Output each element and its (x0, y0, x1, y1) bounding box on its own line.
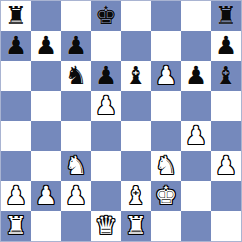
square-d6[interactable]: ♟ (91, 61, 121, 91)
square-e4[interactable] (121, 121, 151, 151)
square-h6[interactable]: ♝ (211, 61, 241, 91)
square-c3[interactable]: ♞ (61, 151, 91, 181)
square-h2[interactable] (211, 181, 241, 211)
square-f1[interactable] (151, 211, 181, 241)
white-rook[interactable]: ♜ (125, 211, 147, 241)
square-a6[interactable] (1, 61, 31, 91)
white-pawn[interactable]: ♟ (155, 61, 177, 91)
white-pawn[interactable]: ♟ (35, 181, 57, 211)
square-c6[interactable]: ♞ (61, 61, 91, 91)
white-queen[interactable]: ♛ (95, 211, 117, 241)
black-pawn[interactable]: ♟ (65, 31, 87, 61)
square-h1[interactable] (211, 211, 241, 241)
black-knight[interactable]: ♞ (65, 61, 87, 91)
square-a5[interactable] (1, 91, 31, 121)
square-d5[interactable]: ♟ (91, 91, 121, 121)
square-e6[interactable]: ♝ (121, 61, 151, 91)
square-c2[interactable]: ♟ (61, 181, 91, 211)
square-g6[interactable]: ♟ (181, 61, 211, 91)
white-knight[interactable]: ♞ (155, 151, 177, 181)
square-h4[interactable] (211, 121, 241, 151)
square-c4[interactable] (61, 121, 91, 151)
white-pawn[interactable]: ♟ (95, 91, 117, 121)
square-d2[interactable] (91, 181, 121, 211)
square-f4[interactable] (151, 121, 181, 151)
white-pawn[interactable]: ♟ (215, 151, 237, 181)
square-b6[interactable] (31, 61, 61, 91)
square-g1[interactable] (181, 211, 211, 241)
square-e1[interactable]: ♜ (121, 211, 151, 241)
square-d7[interactable] (91, 31, 121, 61)
square-f3[interactable]: ♞ (151, 151, 181, 181)
black-rook[interactable]: ♜ (5, 1, 27, 31)
square-d8[interactable]: ♚ (91, 1, 121, 31)
square-g5[interactable] (181, 91, 211, 121)
square-e8[interactable] (121, 1, 151, 31)
square-a7[interactable]: ♟ (1, 31, 31, 61)
square-e2[interactable]: ♝ (121, 181, 151, 211)
square-b1[interactable] (31, 211, 61, 241)
square-b3[interactable] (31, 151, 61, 181)
square-c1[interactable] (61, 211, 91, 241)
square-d3[interactable] (91, 151, 121, 181)
black-pawn[interactable]: ♟ (35, 31, 57, 61)
square-d4[interactable] (91, 121, 121, 151)
square-c5[interactable] (61, 91, 91, 121)
square-b2[interactable]: ♟ (31, 181, 61, 211)
square-b8[interactable] (31, 1, 61, 31)
square-h7[interactable]: ♟ (211, 31, 241, 61)
square-b4[interactable] (31, 121, 61, 151)
square-c7[interactable]: ♟ (61, 31, 91, 61)
square-f7[interactable] (151, 31, 181, 61)
square-g8[interactable] (181, 1, 211, 31)
square-f8[interactable] (151, 1, 181, 31)
square-b5[interactable] (31, 91, 61, 121)
square-d1[interactable]: ♛ (91, 211, 121, 241)
square-a2[interactable]: ♟ (1, 181, 31, 211)
square-g7[interactable] (181, 31, 211, 61)
square-a1[interactable]: ♜ (1, 211, 31, 241)
black-pawn[interactable]: ♟ (215, 31, 237, 61)
black-pawn[interactable]: ♟ (5, 31, 27, 61)
square-f5[interactable] (151, 91, 181, 121)
square-g3[interactable] (181, 151, 211, 181)
white-king[interactable]: ♚ (155, 181, 177, 211)
square-a8[interactable]: ♜ (1, 1, 31, 31)
black-bishop[interactable]: ♝ (125, 61, 147, 91)
black-rook[interactable]: ♜ (215, 1, 237, 31)
square-e7[interactable] (121, 31, 151, 61)
square-f6[interactable]: ♟ (151, 61, 181, 91)
square-h3[interactable]: ♟ (211, 151, 241, 181)
square-f2[interactable]: ♚ (151, 181, 181, 211)
square-g2[interactable] (181, 181, 211, 211)
square-h5[interactable] (211, 91, 241, 121)
black-bishop[interactable]: ♝ (215, 61, 237, 91)
chess-board: ♜♚♜♟♟♟♟♞♟♝♟♟♝♟♟♞♞♟♟♟♟♝♚♜♛♜ (0, 0, 242, 242)
square-e5[interactable] (121, 91, 151, 121)
white-pawn[interactable]: ♟ (5, 181, 27, 211)
white-rook[interactable]: ♜ (5, 211, 27, 241)
square-b7[interactable]: ♟ (31, 31, 61, 61)
square-a4[interactable] (1, 121, 31, 151)
white-knight[interactable]: ♞ (65, 151, 87, 181)
square-a3[interactable] (1, 151, 31, 181)
white-pawn[interactable]: ♟ (65, 181, 87, 211)
black-pawn[interactable]: ♟ (185, 61, 207, 91)
square-g4[interactable]: ♟ (181, 121, 211, 151)
black-pawn[interactable]: ♟ (95, 61, 117, 91)
square-h8[interactable]: ♜ (211, 1, 241, 31)
black-king[interactable]: ♚ (95, 1, 117, 31)
square-c8[interactable] (61, 1, 91, 31)
white-pawn[interactable]: ♟ (185, 121, 207, 151)
white-bishop[interactable]: ♝ (125, 181, 147, 211)
square-e3[interactable] (121, 151, 151, 181)
